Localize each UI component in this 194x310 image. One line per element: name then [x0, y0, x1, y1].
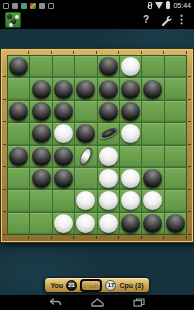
board-cell-e8[interactable] [98, 213, 119, 234]
board-cell-b7[interactable] [30, 190, 51, 211]
action-bar: ? ⋮ [0, 11, 194, 29]
frame-ticks-top [7, 51, 187, 54]
board-cell-g3[interactable] [142, 101, 163, 122]
flipping-disc-black-face [98, 126, 119, 141]
board-cell-b6[interactable] [30, 168, 51, 189]
board-cell-d4[interactable] [75, 123, 96, 144]
notification-icon [39, 3, 45, 9]
board-cell-g8[interactable] [142, 213, 163, 234]
vibrate-icon [148, 2, 152, 9]
black-disc [143, 80, 162, 99]
board-cell-d3[interactable] [75, 101, 96, 122]
black-disc [32, 124, 51, 143]
board-cell-h2[interactable] [165, 78, 186, 99]
board-cell-d7[interactable] [75, 190, 96, 211]
undo-label: Undo [83, 282, 99, 289]
notification-icon [3, 3, 9, 9]
board-cell-c4[interactable] [53, 123, 74, 144]
undo-button[interactable]: Undo [80, 279, 102, 292]
board-cell-h5[interactable] [165, 146, 186, 167]
you-label: You [50, 282, 63, 289]
board-cell-e7[interactable] [98, 190, 119, 211]
board-cell-g1[interactable] [142, 56, 163, 77]
black-disc [32, 147, 51, 166]
board-cell-e2[interactable] [98, 78, 119, 99]
mini-white-disc-icon [9, 23, 13, 27]
black-score-value: 21 [68, 282, 75, 288]
frame-ticks-bottom [7, 236, 187, 239]
board-cell-a7[interactable] [8, 190, 29, 211]
clock-text: 05:44 [173, 2, 191, 9]
board-cell-d8[interactable] [75, 213, 96, 234]
board-cell-f7[interactable] [120, 190, 141, 211]
board-cell-g6[interactable] [142, 168, 163, 189]
board-cell-a4[interactable] [8, 123, 29, 144]
white-disc [99, 191, 118, 210]
cpu-label: Cpu (3) [119, 282, 143, 289]
black-score-disc: 21 [66, 280, 77, 291]
white-disc [76, 191, 95, 210]
board-cell-d1[interactable] [75, 56, 96, 77]
reversi-app-icon[interactable] [5, 12, 21, 28]
black-disc [99, 57, 118, 76]
board-cell-c2[interactable] [53, 78, 74, 99]
board-cell-e6[interactable] [98, 168, 119, 189]
board-cell-h3[interactable] [165, 101, 186, 122]
board-cell-e4[interactable] [98, 123, 119, 144]
notification-icon [30, 3, 36, 9]
board-cell-a8[interactable] [8, 213, 29, 234]
notification-icon [48, 3, 54, 9]
board-cell-c3[interactable] [53, 101, 74, 122]
board-cell-b2[interactable] [30, 78, 51, 99]
board-cell-g5[interactable] [142, 146, 163, 167]
board-grid [7, 55, 187, 235]
mini-white-disc-icon [15, 15, 19, 19]
black-disc [9, 147, 28, 166]
flipping-disc-white-face [78, 146, 94, 167]
black-disc [9, 102, 28, 121]
board-cell-g2[interactable] [142, 78, 163, 99]
board-cell-f5[interactable] [120, 146, 141, 167]
board-cell-d5[interactable] [75, 146, 96, 167]
board-cell-g4[interactable] [142, 123, 163, 144]
navigation-bar [0, 295, 194, 310]
board-cell-h7[interactable] [165, 190, 186, 211]
white-disc [99, 169, 118, 188]
white-score-disc: 17 [105, 280, 116, 291]
black-disc [54, 169, 73, 188]
board-cell-f3[interactable] [120, 101, 141, 122]
back-icon[interactable] [49, 298, 62, 307]
white-disc [121, 169, 140, 188]
frame-ticks-left [3, 55, 6, 235]
overflow-menu-icon[interactable]: ⋮ [176, 12, 187, 27]
status-bar: 05:44 [0, 0, 194, 11]
board-cell-e3[interactable] [98, 101, 119, 122]
black-disc [121, 214, 140, 233]
black-disc [143, 214, 162, 233]
status-indicators: 05:44 [148, 2, 191, 9]
board-cell-a2[interactable] [8, 78, 29, 99]
score-bar: You 21 Undo 17 Cpu (3) [44, 277, 150, 293]
mini-black-disc-icon [7, 14, 12, 19]
notification-icon [21, 3, 27, 9]
white-disc [54, 124, 73, 143]
board-cell-h4[interactable] [165, 123, 186, 144]
board-cell-b1[interactable] [30, 56, 51, 77]
board-cell-c8[interactable] [53, 213, 74, 234]
white-disc [76, 214, 95, 233]
black-disc [121, 80, 140, 99]
board-cell-c7[interactable] [53, 190, 74, 211]
board-cell-e5[interactable] [98, 146, 119, 167]
black-disc [32, 102, 51, 121]
board-cell-f4[interactable] [120, 123, 141, 144]
board-cell-c6[interactable] [53, 168, 74, 189]
notification-area [3, 3, 54, 9]
phone-screen: 05:44 ? ⋮ You 21 Undo 17 [0, 0, 194, 310]
board-cell-f1[interactable] [120, 56, 141, 77]
white-disc [143, 191, 162, 210]
board-cell-b4[interactable] [30, 123, 51, 144]
black-disc [143, 169, 162, 188]
black-disc [9, 57, 28, 76]
home-icon[interactable] [91, 298, 104, 307]
help-icon[interactable]: ? [143, 14, 149, 25]
board-cell-a5[interactable] [8, 146, 29, 167]
board-cell-b5[interactable] [30, 146, 51, 167]
board-cell-a1[interactable] [8, 56, 29, 77]
board-cell-f6[interactable] [120, 168, 141, 189]
board-cell-c5[interactable] [53, 146, 74, 167]
notification-icon [12, 3, 18, 9]
white-disc [121, 57, 140, 76]
board-cell-h6[interactable] [165, 168, 186, 189]
black-disc [32, 80, 51, 99]
wifi-icon [155, 2, 163, 9]
board-cell-d2[interactable] [75, 78, 96, 99]
white-disc [121, 191, 140, 210]
black-disc [32, 169, 51, 188]
wrench-icon[interactable] [160, 15, 172, 27]
black-disc [54, 80, 73, 99]
black-disc [54, 147, 73, 166]
black-disc [99, 102, 118, 121]
white-disc [99, 147, 118, 166]
white-disc [54, 214, 73, 233]
board-cell-c1[interactable] [53, 56, 74, 77]
board-cell-f2[interactable] [120, 78, 141, 99]
battery-icon [166, 2, 170, 9]
frame-ticks-right [188, 55, 191, 235]
black-disc [76, 80, 95, 99]
board-cell-g7[interactable] [142, 190, 163, 211]
board-cell-d6[interactable] [75, 168, 96, 189]
othello-board [0, 48, 194, 243]
board-cell-b3[interactable] [30, 101, 51, 122]
black-disc [166, 214, 185, 233]
white-score-value: 17 [108, 282, 115, 288]
board-cell-a3[interactable] [8, 101, 29, 122]
black-disc [76, 124, 95, 143]
board-cell-f8[interactable] [120, 213, 141, 234]
board-cell-b8[interactable] [30, 213, 51, 234]
black-disc [121, 102, 140, 121]
recents-icon[interactable] [133, 298, 145, 307]
board-cell-e1[interactable] [98, 56, 119, 77]
black-disc [54, 102, 73, 121]
board-cell-a6[interactable] [8, 168, 29, 189]
board-cell-h1[interactable] [165, 56, 186, 77]
board-cell-h8[interactable] [165, 213, 186, 234]
white-disc [99, 214, 118, 233]
black-disc [99, 80, 118, 99]
white-disc [121, 124, 140, 143]
